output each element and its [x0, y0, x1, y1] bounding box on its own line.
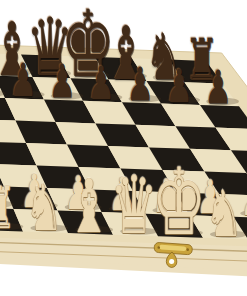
piece-shadow	[153, 74, 185, 81]
piece-shadow	[77, 71, 109, 78]
piece-shadow	[65, 204, 102, 211]
piece-shadow	[191, 75, 223, 82]
piece-shadow	[109, 205, 146, 212]
piece-shadow	[196, 208, 233, 215]
piece-shadow	[165, 229, 203, 236]
piece-shadow	[75, 226, 113, 233]
piece-shadow	[153, 207, 190, 214]
piece-shadow	[39, 70, 71, 77]
piece-shadow	[51, 92, 84, 99]
piece-shadow	[90, 94, 123, 101]
piece-shadow	[21, 202, 58, 209]
piece-shadow	[128, 95, 161, 102]
piece-shadow	[30, 224, 68, 231]
piece-shadow	[210, 231, 247, 238]
piece-shadow	[115, 72, 147, 79]
chess-board	[0, 0, 247, 296]
piece-shadow	[167, 96, 200, 103]
piece-shadow	[206, 98, 239, 105]
piece-shadow	[120, 228, 158, 235]
piece-shadow	[12, 91, 45, 98]
piece-shadow	[1, 68, 33, 75]
chess-set-photo: ♞︎♝︎♛︎♚︎♝︎♞︎♜︎♟︎♟︎♟︎♟︎♟︎♟︎♟︎♟︎♟︎♟︎♟︎♟︎♟︎…	[0, 0, 247, 296]
